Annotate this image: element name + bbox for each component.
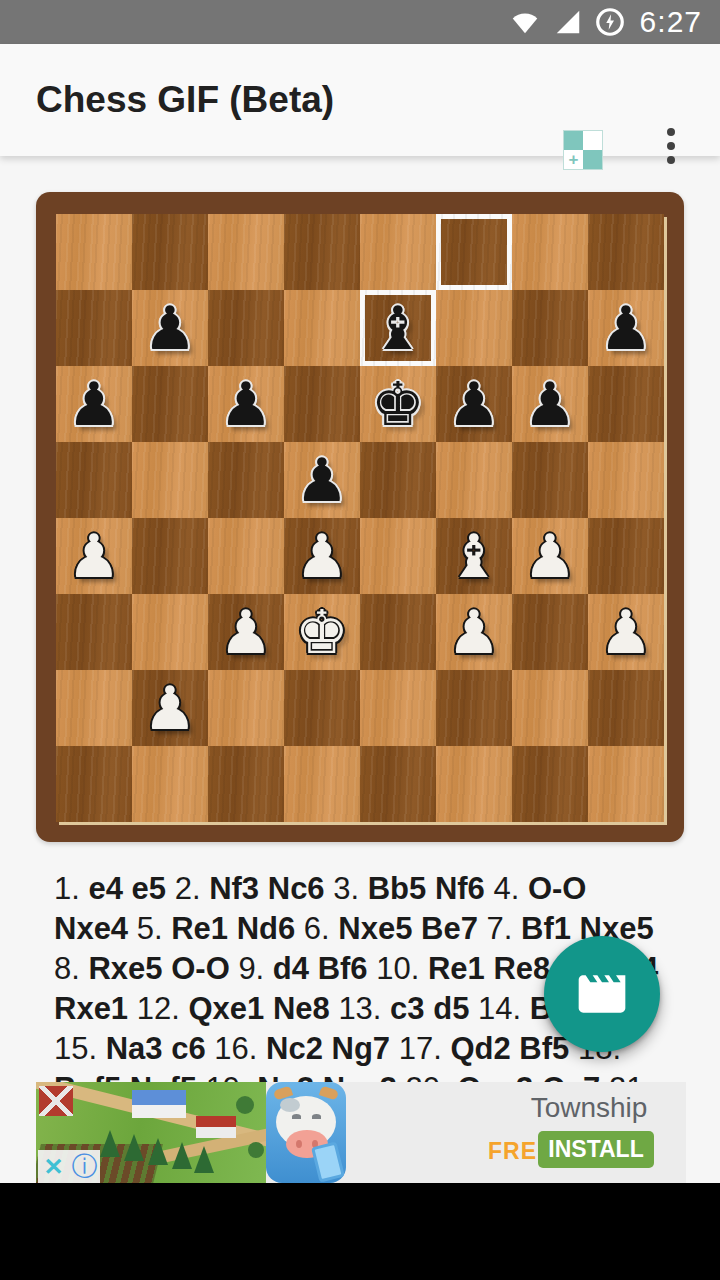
square-f5[interactable]	[436, 442, 512, 518]
board-card: ♟♝♟♟♟♚♟♟♟♟♟♝♟♟♚♟♟♟	[36, 192, 684, 842]
square-c8[interactable]	[208, 214, 284, 290]
chess-board[interactable]: ♟♝♟♟♟♚♟♟♟♟♟♝♟♟♚♟♟♟	[56, 214, 664, 822]
adchoices: ✕ ⓘ	[38, 1150, 100, 1183]
square-a4[interactable]: ♟	[56, 518, 132, 594]
ad-close-icon[interactable]: ✕	[38, 1150, 69, 1183]
square-c3[interactable]: ♟	[208, 594, 284, 670]
wifi-icon	[508, 7, 542, 37]
township-app-icon[interactable]	[266, 1082, 346, 1183]
square-f6[interactable]: ♟	[436, 366, 512, 442]
square-f4[interactable]: ♝	[436, 518, 512, 594]
cell-signal-icon	[552, 7, 584, 37]
square-c7[interactable]	[208, 290, 284, 366]
nav-bar	[0, 1183, 720, 1280]
square-a8[interactable]	[56, 214, 132, 290]
square-d4[interactable]: ♟	[284, 518, 360, 594]
white-piece-c3: ♟	[219, 594, 273, 670]
square-c5[interactable]	[208, 442, 284, 518]
square-e2[interactable]	[360, 670, 436, 746]
square-e1[interactable]	[360, 746, 436, 822]
white-piece-f4: ♝	[447, 518, 501, 594]
cow-eye	[312, 1114, 321, 1119]
square-e4[interactable]	[360, 518, 436, 594]
ad-banner: ✕ ⓘ Township FREE INSTALL	[36, 1082, 686, 1183]
square-e3[interactable]	[360, 594, 436, 670]
square-a7[interactable]	[56, 290, 132, 366]
white-piece-g4: ♟	[523, 518, 577, 594]
square-b4[interactable]	[132, 518, 208, 594]
square-b7[interactable]: ♟	[132, 290, 208, 366]
black-piece-b7: ♟	[143, 290, 197, 366]
farm-barn	[39, 1086, 73, 1116]
cow-phone	[311, 1141, 345, 1182]
square-b6[interactable]	[132, 366, 208, 442]
square-f1[interactable]	[436, 746, 512, 822]
square-f7[interactable]	[436, 290, 512, 366]
square-d6[interactable]	[284, 366, 360, 442]
black-piece-a6: ♟	[67, 366, 121, 442]
square-a3[interactable]	[56, 594, 132, 670]
white-piece-d4: ♟	[295, 518, 349, 594]
square-f2[interactable]	[436, 670, 512, 746]
square-g1[interactable]	[512, 746, 588, 822]
square-e7[interactable]: ♝	[360, 290, 436, 366]
square-c4[interactable]	[208, 518, 284, 594]
square-b3[interactable]	[132, 594, 208, 670]
app-bar: Chess GIF (Beta) +	[0, 44, 720, 156]
board-style-icon[interactable]: +	[563, 130, 603, 170]
white-piece-a4: ♟	[67, 518, 121, 594]
square-h5[interactable]	[588, 442, 664, 518]
square-h7[interactable]: ♟	[588, 290, 664, 366]
bush	[236, 1096, 254, 1114]
square-e6[interactable]: ♚	[360, 366, 436, 442]
square-g8[interactable]	[512, 214, 588, 290]
battery-charging-icon	[594, 6, 626, 38]
square-g2[interactable]	[512, 670, 588, 746]
square-b5[interactable]	[132, 442, 208, 518]
ad-app-name: Township	[456, 1092, 686, 1124]
install-button[interactable]: INSTALL	[538, 1131, 654, 1168]
status-bar: 6:27	[0, 0, 720, 44]
phone-screen: 6:27 Chess GIF (Beta) + ♟♝♟♟♟♚♟♟♟♟♟♝♟♟♚♟…	[0, 0, 720, 1280]
square-d5[interactable]: ♟	[284, 442, 360, 518]
square-h3[interactable]: ♟	[588, 594, 664, 670]
square-a1[interactable]	[56, 746, 132, 822]
black-piece-f6: ♟	[447, 366, 501, 442]
white-piece-h3: ♟	[599, 594, 653, 670]
mini-board-square: +	[564, 150, 583, 169]
white-piece-b2: ♟	[143, 670, 197, 746]
black-piece-g6: ♟	[523, 366, 577, 442]
plus-glyph: +	[564, 150, 583, 169]
mini-board-square	[564, 131, 583, 150]
square-f8[interactable]	[436, 214, 512, 290]
movie-clapper-icon	[574, 966, 630, 1022]
black-piece-h7: ♟	[599, 290, 653, 366]
black-piece-d5: ♟	[295, 442, 349, 518]
square-d8[interactable]	[284, 214, 360, 290]
black-piece-e7: ♝	[371, 290, 425, 366]
square-h1[interactable]	[588, 746, 664, 822]
square-a2[interactable]	[56, 670, 132, 746]
page-title: Chess GIF (Beta)	[36, 44, 334, 156]
square-c6[interactable]: ♟	[208, 366, 284, 442]
square-b8[interactable]	[132, 214, 208, 290]
square-d3[interactable]: ♚	[284, 594, 360, 670]
square-e5[interactable]	[360, 442, 436, 518]
cow-nostril	[296, 1140, 302, 1148]
cow-horn	[319, 1085, 339, 1100]
mini-board-square	[583, 150, 602, 169]
square-g7[interactable]	[512, 290, 588, 366]
square-a5[interactable]	[56, 442, 132, 518]
farm-building	[196, 1116, 236, 1138]
square-h4[interactable]	[588, 518, 664, 594]
cow-patch	[280, 1098, 300, 1112]
square-g5[interactable]	[512, 442, 588, 518]
bush	[248, 1142, 264, 1158]
square-h6[interactable]	[588, 366, 664, 442]
square-f3[interactable]: ♟	[436, 594, 512, 670]
square-g6[interactable]: ♟	[512, 366, 588, 442]
square-h8[interactable]	[588, 214, 664, 290]
farm-building	[132, 1090, 186, 1118]
cow-eye	[292, 1114, 301, 1119]
move-line: 1. e4 e5 2. Nf3 Nc6 3. Bb5 Nf6 4. O-O	[54, 869, 670, 909]
overflow-menu-icon[interactable]	[664, 128, 678, 164]
square-h2[interactable]	[588, 670, 664, 746]
square-d2[interactable]	[284, 670, 360, 746]
white-piece-f3: ♟	[447, 594, 501, 670]
square-c2[interactable]	[208, 670, 284, 746]
square-a6[interactable]: ♟	[56, 366, 132, 442]
clock-time: 6:27	[640, 5, 702, 39]
square-g4[interactable]: ♟	[512, 518, 588, 594]
square-g3[interactable]	[512, 594, 588, 670]
black-piece-e6: ♚	[371, 366, 425, 442]
black-piece-c6: ♟	[219, 366, 273, 442]
square-e8[interactable]	[360, 214, 436, 290]
square-b2[interactable]: ♟	[132, 670, 208, 746]
square-d7[interactable]	[284, 290, 360, 366]
ad-image[interactable]: ✕ ⓘ	[36, 1082, 266, 1183]
square-d1[interactable]	[284, 746, 360, 822]
create-gif-fab[interactable]	[544, 936, 660, 1052]
ad-info-icon[interactable]: ⓘ	[69, 1150, 100, 1183]
white-piece-d3: ♚	[295, 594, 349, 670]
mini-board-square	[583, 131, 602, 150]
square-b1[interactable]	[132, 746, 208, 822]
square-c1[interactable]	[208, 746, 284, 822]
